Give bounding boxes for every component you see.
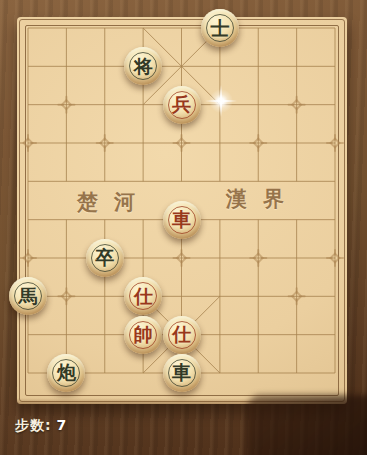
piece-glyph: 卒 bbox=[86, 239, 124, 277]
piece-black-advisor[interactable]: 士 bbox=[201, 9, 239, 47]
move-counter: 步数:7 bbox=[15, 417, 67, 435]
xiangqi-game-screen: 楚河 漢界 士将兵車卒馬仕帥仕炮車 步数:7 bbox=[0, 0, 367, 455]
piece-glyph: 馬 bbox=[9, 277, 47, 315]
corner-shadow-overlay bbox=[247, 395, 367, 455]
piece-glyph: 仕 bbox=[124, 277, 162, 315]
piece-black-chariot[interactable]: 車 bbox=[163, 354, 201, 392]
piece-glyph: 車 bbox=[163, 201, 201, 239]
piece-red-chariot[interactable]: 車 bbox=[163, 201, 201, 239]
piece-glyph: 車 bbox=[163, 354, 201, 392]
piece-glyph: 炮 bbox=[47, 354, 85, 392]
piece-red-general[interactable]: 帥 bbox=[124, 316, 162, 354]
piece-red-soldier[interactable]: 兵 bbox=[163, 86, 201, 124]
piece-black-general[interactable]: 将 bbox=[124, 47, 162, 85]
piece-glyph: 兵 bbox=[163, 86, 201, 124]
piece-black-soldier[interactable]: 卒 bbox=[86, 239, 124, 277]
piece-black-cannon[interactable]: 炮 bbox=[47, 354, 85, 392]
move-counter-value: 7 bbox=[57, 417, 68, 433]
piece-glyph: 将 bbox=[124, 47, 162, 85]
piece-glyph: 帥 bbox=[124, 316, 162, 354]
piece-black-horse[interactable]: 馬 bbox=[9, 277, 47, 315]
piece-red-advisor-2[interactable]: 仕 bbox=[163, 316, 201, 354]
piece-glyph: 士 bbox=[201, 9, 239, 47]
piece-glyph: 仕 bbox=[163, 316, 201, 354]
move-counter-label: 步数: bbox=[15, 417, 52, 433]
piece-red-advisor-1[interactable]: 仕 bbox=[124, 277, 162, 315]
